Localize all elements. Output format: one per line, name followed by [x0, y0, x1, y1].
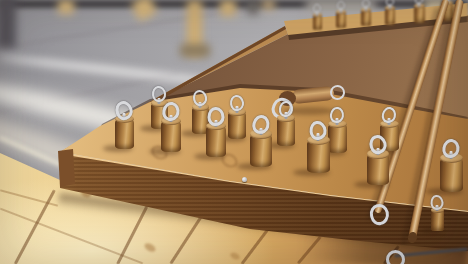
screw-head-icon	[242, 177, 247, 182]
rod-eye-icon	[386, 250, 405, 264]
photo-of-hook-and-ring-board-game	[0, 0, 468, 264]
metal-hook-rod[interactable]	[394, 248, 468, 258]
foreground-layer	[0, 0, 468, 264]
